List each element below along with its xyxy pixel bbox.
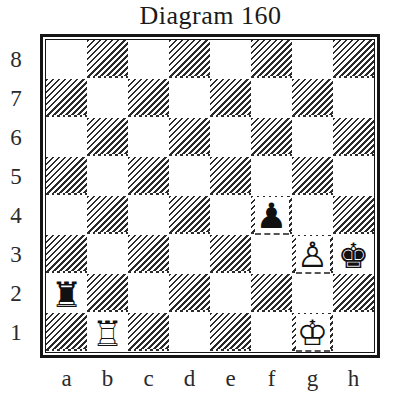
file-label-e: e xyxy=(210,362,251,396)
square-f2[interactable] xyxy=(251,274,292,313)
square-g2[interactable] xyxy=(292,274,333,313)
square-g5[interactable] xyxy=(292,157,333,196)
black-king-glyph: ♚ xyxy=(338,239,369,273)
square-f5[interactable] xyxy=(251,157,292,196)
file-labels: abcdefgh xyxy=(46,362,374,396)
file-label-a: a xyxy=(46,362,87,396)
square-f1[interactable] xyxy=(251,313,292,352)
square-b1[interactable]: ♖ xyxy=(87,313,128,352)
square-h7[interactable] xyxy=(333,79,374,118)
square-a7[interactable] xyxy=(46,79,87,118)
square-b3[interactable] xyxy=(87,235,128,274)
square-a3[interactable] xyxy=(46,235,87,274)
square-c5[interactable] xyxy=(128,157,169,196)
square-h3[interactable]: ♚ xyxy=(333,235,374,274)
square-e3[interactable] xyxy=(210,235,251,274)
rank-label-7: 7 xyxy=(2,79,30,118)
square-d6[interactable] xyxy=(169,118,210,157)
square-h5[interactable] xyxy=(333,157,374,196)
rank-labels: 87654321 xyxy=(2,40,30,352)
rank-label-6: 6 xyxy=(2,118,30,157)
square-f7[interactable] xyxy=(251,79,292,118)
square-e8[interactable] xyxy=(210,40,251,79)
file-label-f: f xyxy=(251,362,292,396)
square-b7[interactable] xyxy=(87,79,128,118)
square-e1[interactable] xyxy=(210,313,251,352)
white-rook-glyph: ♖ xyxy=(92,317,123,351)
white-pawn-glyph: ♙ xyxy=(297,238,328,272)
piece-white-king: ♔ xyxy=(296,314,330,352)
diagram-page: Diagram 160 87654321 ♟♙♚♜♖♔ abcdefgh xyxy=(0,0,400,400)
rank-label-3: 3 xyxy=(2,235,30,274)
piece-white-pawn: ♙ xyxy=(296,236,330,274)
square-f6[interactable] xyxy=(251,118,292,157)
square-h8[interactable] xyxy=(333,40,374,79)
square-d3[interactable] xyxy=(169,235,210,274)
square-d4[interactable] xyxy=(169,196,210,235)
square-a2[interactable]: ♜ xyxy=(46,274,87,313)
square-a5[interactable] xyxy=(46,157,87,196)
rank-label-5: 5 xyxy=(2,157,30,196)
piece-black-king: ♚ xyxy=(337,237,371,273)
square-c2[interactable] xyxy=(128,274,169,313)
square-c7[interactable] xyxy=(128,79,169,118)
piece-white-rook: ♖ xyxy=(91,315,125,351)
square-e7[interactable] xyxy=(210,79,251,118)
square-e6[interactable] xyxy=(210,118,251,157)
square-e2[interactable] xyxy=(210,274,251,313)
square-b2[interactable] xyxy=(87,274,128,313)
square-c8[interactable] xyxy=(128,40,169,79)
square-g3[interactable]: ♙ xyxy=(292,235,333,274)
square-f4[interactable]: ♟ xyxy=(251,196,292,235)
piece-black-rook: ♜ xyxy=(50,276,84,312)
white-king-glyph: ♔ xyxy=(297,316,328,350)
rank-label-8: 8 xyxy=(2,40,30,79)
square-h1[interactable] xyxy=(333,313,374,352)
rank-label-1: 1 xyxy=(2,313,30,352)
square-b5[interactable] xyxy=(87,157,128,196)
square-c6[interactable] xyxy=(128,118,169,157)
square-c1[interactable] xyxy=(128,313,169,352)
square-a8[interactable] xyxy=(46,40,87,79)
square-g4[interactable] xyxy=(292,196,333,235)
square-b8[interactable] xyxy=(87,40,128,79)
piece-black-pawn: ♟ xyxy=(255,197,289,235)
black-pawn-glyph: ♟ xyxy=(256,199,287,233)
square-f8[interactable] xyxy=(251,40,292,79)
diagram-title: Diagram 160 xyxy=(40,1,381,31)
square-g8[interactable] xyxy=(292,40,333,79)
square-d5[interactable] xyxy=(169,157,210,196)
square-d2[interactable] xyxy=(169,274,210,313)
square-d8[interactable] xyxy=(169,40,210,79)
file-label-g: g xyxy=(292,362,333,396)
square-f3[interactable] xyxy=(251,235,292,274)
rank-label-2: 2 xyxy=(2,274,30,313)
square-b4[interactable] xyxy=(87,196,128,235)
file-label-d: d xyxy=(169,362,210,396)
square-d7[interactable] xyxy=(169,79,210,118)
square-a1[interactable] xyxy=(46,313,87,352)
square-g6[interactable] xyxy=(292,118,333,157)
square-h6[interactable] xyxy=(333,118,374,157)
board-frame: ♟♙♚♜♖♔ xyxy=(40,34,380,358)
square-d1[interactable] xyxy=(169,313,210,352)
square-a4[interactable] xyxy=(46,196,87,235)
chessboard: ♟♙♚♜♖♔ xyxy=(45,39,375,353)
square-h2[interactable] xyxy=(333,274,374,313)
square-g7[interactable] xyxy=(292,79,333,118)
square-c4[interactable] xyxy=(128,196,169,235)
square-c3[interactable] xyxy=(128,235,169,274)
square-a6[interactable] xyxy=(46,118,87,157)
file-label-h: h xyxy=(333,362,374,396)
square-h4[interactable] xyxy=(333,196,374,235)
square-g1[interactable]: ♔ xyxy=(292,313,333,352)
file-label-b: b xyxy=(87,362,128,396)
file-label-c: c xyxy=(128,362,169,396)
rank-label-4: 4 xyxy=(2,196,30,235)
square-e5[interactable] xyxy=(210,157,251,196)
black-rook-glyph: ♜ xyxy=(51,278,82,312)
square-b6[interactable] xyxy=(87,118,128,157)
square-e4[interactable] xyxy=(210,196,251,235)
